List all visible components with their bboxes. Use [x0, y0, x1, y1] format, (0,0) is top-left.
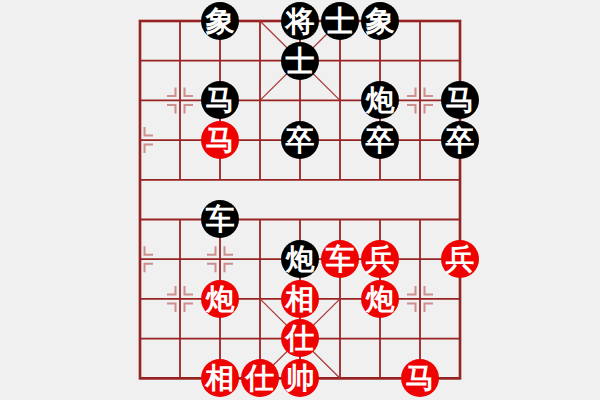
piece-label: 马: [406, 359, 435, 397]
piece-label: 马: [206, 121, 235, 159]
piece-black-horse[interactable]: 马: [201, 81, 239, 119]
piece-red-general[interactable]: 帅: [281, 359, 319, 397]
piece-label: 卒: [286, 121, 315, 159]
piece-black-general[interactable]: 将: [281, 2, 319, 40]
piece-red-soldier[interactable]: 兵: [361, 240, 399, 278]
piece-label: 象: [366, 2, 395, 40]
piece-red-cannon[interactable]: 炮: [201, 280, 239, 318]
piece-red-elephant[interactable]: 相: [281, 280, 319, 318]
piece-label: 相: [286, 280, 315, 318]
piece-label: 帅: [286, 359, 315, 397]
piece-label: 象: [206, 2, 235, 40]
piece-label: 士: [326, 2, 355, 40]
piece-black-cannon[interactable]: 炮: [361, 81, 399, 119]
piece-label: 车: [206, 200, 235, 238]
piece-label: 炮: [366, 81, 395, 119]
piece-label: 炮: [286, 240, 315, 278]
piece-black-elephant[interactable]: 象: [201, 2, 239, 40]
xiangqi-board-screenshot: 象将士象士马炮马马卒卒卒车炮车兵兵炮相炮仕相仕帅马: [0, 0, 600, 400]
piece-black-chariot[interactable]: 车: [201, 200, 239, 238]
piece-label: 卒: [366, 121, 395, 159]
piece-black-soldier[interactable]: 卒: [281, 121, 319, 159]
xiangqi-board: 象将士象士马炮马马卒卒卒车炮车兵兵炮相炮仕相仕帅马: [120, 1, 480, 398]
piece-label: 仕: [286, 319, 315, 357]
piece-label: 兵: [366, 240, 395, 278]
piece-black-soldier[interactable]: 卒: [361, 121, 399, 159]
piece-black-elephant[interactable]: 象: [361, 2, 399, 40]
piece-black-advisor[interactable]: 士: [281, 42, 319, 80]
piece-label: 卒: [446, 121, 475, 159]
piece-red-horse[interactable]: 马: [401, 359, 439, 397]
piece-label: 将: [286, 2, 315, 40]
piece-label: 兵: [446, 240, 475, 278]
piece-label: 马: [206, 81, 235, 119]
piece-label: 士: [286, 42, 315, 80]
piece-black-cannon[interactable]: 炮: [281, 240, 319, 278]
piece-red-horse[interactable]: 马: [201, 121, 239, 159]
piece-black-soldier[interactable]: 卒: [441, 121, 479, 159]
piece-red-advisor[interactable]: 仕: [241, 359, 279, 397]
piece-red-advisor[interactable]: 仕: [281, 319, 319, 357]
piece-label: 炮: [366, 280, 395, 318]
piece-red-cannon[interactable]: 炮: [361, 280, 399, 318]
piece-label: 炮: [206, 280, 235, 318]
piece-black-horse[interactable]: 马: [441, 81, 479, 119]
piece-black-advisor[interactable]: 士: [321, 2, 359, 40]
piece-red-chariot[interactable]: 车: [321, 240, 359, 278]
piece-red-soldier[interactable]: 兵: [441, 240, 479, 278]
piece-red-elephant[interactable]: 相: [201, 359, 239, 397]
piece-label: 马: [446, 81, 475, 119]
piece-label: 车: [326, 240, 355, 278]
piece-label: 相: [206, 359, 235, 397]
piece-label: 仕: [246, 359, 275, 397]
